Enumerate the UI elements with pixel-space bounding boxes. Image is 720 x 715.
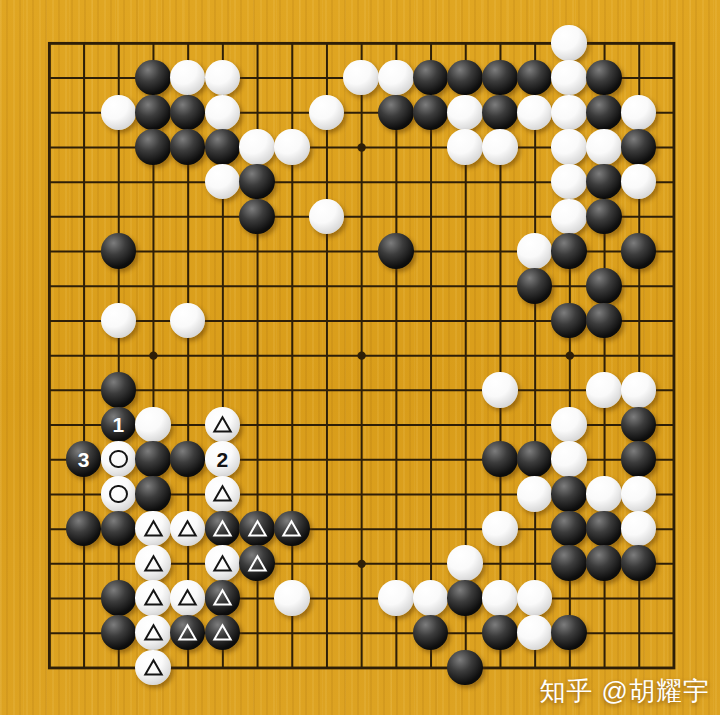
intersection-2-2[interactable] [101,95,136,130]
intersection-7-0[interactable] [274,26,309,61]
intersection-6-10[interactable] [240,372,275,407]
intersection-4-4[interactable] [170,164,205,199]
intersection-1-4[interactable] [66,164,101,199]
intersection-13-12[interactable] [483,442,518,477]
intersection-8-0[interactable] [309,26,344,61]
intersection-18-1[interactable] [656,60,691,95]
intersection-0-1[interactable] [32,60,67,95]
intersection-15-14[interactable] [552,511,587,546]
intersection-5-12[interactable]: 2 [205,442,240,477]
intersection-16-16[interactable] [587,581,622,616]
intersection-18-2[interactable] [656,95,691,130]
intersection-12-13[interactable] [448,477,483,512]
intersection-4-12[interactable] [170,442,205,477]
intersection-10-3[interactable] [378,130,413,165]
intersection-9-14[interactable] [344,511,379,546]
intersection-5-17[interactable] [205,615,240,650]
intersection-6-15[interactable] [240,546,275,581]
intersection-9-18[interactable] [344,650,379,685]
intersection-5-15[interactable] [205,546,240,581]
intersection-9-0[interactable] [344,26,379,61]
intersection-12-14[interactable] [448,511,483,546]
intersection-10-16[interactable] [378,581,413,616]
intersection-1-5[interactable] [66,199,101,234]
intersection-10-1[interactable] [378,60,413,95]
intersection-0-15[interactable] [32,546,67,581]
intersection-2-8[interactable] [101,303,136,338]
intersection-6-2[interactable] [240,95,275,130]
intersection-10-6[interactable] [378,234,413,269]
intersection-7-12[interactable] [274,442,309,477]
intersection-18-4[interactable] [656,164,691,199]
intersection-7-8[interactable] [274,303,309,338]
intersection-5-8[interactable] [205,303,240,338]
intersection-10-15[interactable] [378,546,413,581]
intersection-15-10[interactable] [552,372,587,407]
intersection-11-15[interactable] [413,546,448,581]
intersection-1-11[interactable] [66,407,101,442]
intersection-3-7[interactable] [136,268,171,303]
intersection-1-17[interactable] [66,615,101,650]
intersection-13-1[interactable] [483,60,518,95]
intersection-10-0[interactable] [378,26,413,61]
intersection-7-1[interactable] [274,60,309,95]
intersection-0-17[interactable] [32,615,67,650]
intersection-8-9[interactable] [309,338,344,373]
intersection-7-4[interactable] [274,164,309,199]
intersection-2-3[interactable] [101,130,136,165]
intersection-14-8[interactable] [517,303,552,338]
intersection-7-6[interactable] [274,234,309,269]
intersection-1-10[interactable] [66,372,101,407]
intersection-11-5[interactable] [413,199,448,234]
intersection-2-15[interactable] [101,546,136,581]
intersection-8-6[interactable] [309,234,344,269]
intersection-17-10[interactable] [621,372,656,407]
intersection-14-6[interactable] [517,234,552,269]
intersection-15-8[interactable] [552,303,587,338]
intersection-3-9[interactable] [136,338,171,373]
intersection-17-9[interactable] [621,338,656,373]
intersection-4-7[interactable] [170,268,205,303]
intersection-12-16[interactable] [448,581,483,616]
intersection-14-12[interactable] [517,442,552,477]
intersection-11-6[interactable] [413,234,448,269]
intersection-11-4[interactable] [413,164,448,199]
intersection-4-15[interactable] [170,546,205,581]
intersection-10-2[interactable] [378,95,413,130]
intersection-2-17[interactable] [101,615,136,650]
intersection-8-16[interactable] [309,581,344,616]
intersection-3-11[interactable] [136,407,171,442]
intersection-6-4[interactable] [240,164,275,199]
intersection-2-11[interactable]: 1 [101,407,136,442]
intersection-9-9[interactable] [344,338,379,373]
intersection-0-5[interactable] [32,199,67,234]
intersection-8-10[interactable] [309,372,344,407]
intersection-7-17[interactable] [274,615,309,650]
intersection-18-14[interactable] [656,511,691,546]
intersection-9-12[interactable] [344,442,379,477]
intersection-12-0[interactable] [448,26,483,61]
intersection-17-16[interactable] [621,581,656,616]
intersection-1-9[interactable] [66,338,101,373]
intersection-5-11[interactable] [205,407,240,442]
intersection-17-13[interactable] [621,477,656,512]
intersection-13-10[interactable] [483,372,518,407]
intersection-18-9[interactable] [656,338,691,373]
intersection-3-13[interactable] [136,477,171,512]
intersection-15-2[interactable] [552,95,587,130]
intersection-16-7[interactable] [587,268,622,303]
intersection-14-0[interactable] [517,26,552,61]
intersection-9-8[interactable] [344,303,379,338]
intersection-7-9[interactable] [274,338,309,373]
intersection-18-11[interactable] [656,407,691,442]
intersection-8-11[interactable] [309,407,344,442]
intersection-16-12[interactable] [587,442,622,477]
intersection-14-13[interactable] [517,477,552,512]
intersection-7-15[interactable] [274,546,309,581]
intersection-2-13[interactable] [101,477,136,512]
intersection-10-18[interactable] [378,650,413,685]
intersection-16-9[interactable] [587,338,622,373]
intersection-14-11[interactable] [517,407,552,442]
intersection-9-2[interactable] [344,95,379,130]
intersection-12-7[interactable] [448,268,483,303]
intersection-6-6[interactable] [240,234,275,269]
intersection-17-0[interactable] [621,26,656,61]
intersection-16-2[interactable] [587,95,622,130]
intersection-13-7[interactable] [483,268,518,303]
intersection-14-3[interactable] [517,130,552,165]
intersection-9-17[interactable] [344,615,379,650]
intersection-0-8[interactable] [32,303,67,338]
intersection-3-5[interactable] [136,199,171,234]
intersection-10-10[interactable] [378,372,413,407]
intersection-2-1[interactable] [101,60,136,95]
intersection-17-6[interactable] [621,234,656,269]
intersection-8-2[interactable] [309,95,344,130]
intersection-16-6[interactable] [587,234,622,269]
intersection-7-18[interactable] [274,650,309,685]
intersection-14-10[interactable] [517,372,552,407]
intersection-17-7[interactable] [621,268,656,303]
intersection-6-18[interactable] [240,650,275,685]
intersection-3-17[interactable] [136,615,171,650]
intersection-11-2[interactable] [413,95,448,130]
intersection-10-17[interactable] [378,615,413,650]
intersection-12-18[interactable] [448,650,483,685]
intersection-7-16[interactable] [274,581,309,616]
intersection-7-3[interactable] [274,130,309,165]
intersection-10-8[interactable] [378,303,413,338]
intersection-0-6[interactable] [32,234,67,269]
intersection-7-10[interactable] [274,372,309,407]
intersection-8-4[interactable] [309,164,344,199]
intersection-17-4[interactable] [621,164,656,199]
intersection-2-16[interactable] [101,581,136,616]
intersection-10-14[interactable] [378,511,413,546]
intersection-12-11[interactable] [448,407,483,442]
intersection-5-4[interactable] [205,164,240,199]
intersection-2-14[interactable] [101,511,136,546]
intersection-4-14[interactable] [170,511,205,546]
intersection-18-16[interactable] [656,581,691,616]
intersection-18-3[interactable] [656,130,691,165]
intersection-12-15[interactable] [448,546,483,581]
intersection-10-4[interactable] [378,164,413,199]
intersection-0-12[interactable] [32,442,67,477]
intersection-3-16[interactable] [136,581,171,616]
intersection-1-8[interactable] [66,303,101,338]
intersection-11-9[interactable] [413,338,448,373]
intersection-12-4[interactable] [448,164,483,199]
intersection-15-15[interactable] [552,546,587,581]
intersection-6-3[interactable] [240,130,275,165]
intersection-16-14[interactable] [587,511,622,546]
intersection-13-6[interactable] [483,234,518,269]
intersection-2-10[interactable] [101,372,136,407]
intersection-2-7[interactable] [101,268,136,303]
intersection-0-10[interactable] [32,372,67,407]
intersection-1-16[interactable] [66,581,101,616]
intersection-17-1[interactable] [621,60,656,95]
intersection-0-18[interactable] [32,650,67,685]
intersection-5-7[interactable] [205,268,240,303]
intersection-18-12[interactable] [656,442,691,477]
intersection-4-11[interactable] [170,407,205,442]
intersection-13-3[interactable] [483,130,518,165]
intersection-15-17[interactable] [552,615,587,650]
intersection-11-18[interactable] [413,650,448,685]
intersection-18-15[interactable] [656,546,691,581]
intersection-15-16[interactable] [552,581,587,616]
intersection-6-1[interactable] [240,60,275,95]
intersection-1-0[interactable] [66,26,101,61]
intersection-13-0[interactable] [483,26,518,61]
intersection-0-0[interactable] [32,26,67,61]
intersection-2-9[interactable] [101,338,136,373]
intersection-14-7[interactable] [517,268,552,303]
intersection-16-11[interactable] [587,407,622,442]
intersection-9-3[interactable] [344,130,379,165]
intersection-9-10[interactable] [344,372,379,407]
intersection-15-13[interactable] [552,477,587,512]
intersection-9-6[interactable] [344,234,379,269]
intersection-1-3[interactable] [66,130,101,165]
intersection-6-13[interactable] [240,477,275,512]
intersection-11-13[interactable] [413,477,448,512]
intersection-8-17[interactable] [309,615,344,650]
intersection-11-16[interactable] [413,581,448,616]
intersection-17-11[interactable] [621,407,656,442]
intersection-16-8[interactable] [587,303,622,338]
intersection-7-2[interactable] [274,95,309,130]
intersection-11-17[interactable] [413,615,448,650]
intersection-10-5[interactable] [378,199,413,234]
intersection-16-3[interactable] [587,130,622,165]
intersection-13-18[interactable] [483,650,518,685]
intersection-1-13[interactable] [66,477,101,512]
intersection-4-2[interactable] [170,95,205,130]
intersection-11-10[interactable] [413,372,448,407]
intersection-3-2[interactable] [136,95,171,130]
intersection-6-5[interactable] [240,199,275,234]
intersection-15-7[interactable] [552,268,587,303]
intersection-6-9[interactable] [240,338,275,373]
intersection-3-3[interactable] [136,130,171,165]
intersection-11-7[interactable] [413,268,448,303]
intersection-17-17[interactable] [621,615,656,650]
intersection-6-8[interactable] [240,303,275,338]
intersection-15-9[interactable] [552,338,587,373]
intersection-12-1[interactable] [448,60,483,95]
intersection-13-17[interactable] [483,615,518,650]
intersection-13-9[interactable] [483,338,518,373]
intersection-11-12[interactable] [413,442,448,477]
intersection-16-5[interactable] [587,199,622,234]
intersection-14-1[interactable] [517,60,552,95]
intersection-0-7[interactable] [32,268,67,303]
intersection-13-2[interactable] [483,95,518,130]
intersection-2-18[interactable] [101,650,136,685]
intersection-9-15[interactable] [344,546,379,581]
intersection-6-14[interactable] [240,511,275,546]
intersection-1-6[interactable] [66,234,101,269]
intersection-5-6[interactable] [205,234,240,269]
intersection-9-11[interactable] [344,407,379,442]
intersection-3-4[interactable] [136,164,171,199]
intersection-4-3[interactable] [170,130,205,165]
intersection-14-9[interactable] [517,338,552,373]
intersection-16-10[interactable] [587,372,622,407]
intersection-15-4[interactable] [552,164,587,199]
intersection-9-13[interactable] [344,477,379,512]
intersection-11-0[interactable] [413,26,448,61]
intersection-16-1[interactable] [587,60,622,95]
intersection-3-0[interactable] [136,26,171,61]
intersection-17-12[interactable] [621,442,656,477]
intersection-13-5[interactable] [483,199,518,234]
intersection-18-7[interactable] [656,268,691,303]
intersection-5-2[interactable] [205,95,240,130]
intersection-2-0[interactable] [101,26,136,61]
intersection-14-16[interactable] [517,581,552,616]
intersection-8-15[interactable] [309,546,344,581]
intersection-16-0[interactable] [587,26,622,61]
intersection-1-12[interactable]: 3 [66,442,101,477]
intersection-14-5[interactable] [517,199,552,234]
intersection-15-1[interactable] [552,60,587,95]
intersection-18-10[interactable] [656,372,691,407]
intersection-2-6[interactable] [101,234,136,269]
intersection-6-0[interactable] [240,26,275,61]
intersection-18-5[interactable] [656,199,691,234]
intersection-0-4[interactable] [32,164,67,199]
intersection-8-12[interactable] [309,442,344,477]
intersection-11-14[interactable] [413,511,448,546]
intersection-17-8[interactable] [621,303,656,338]
intersection-9-1[interactable] [344,60,379,95]
intersection-1-7[interactable] [66,268,101,303]
intersection-4-5[interactable] [170,199,205,234]
intersection-8-1[interactable] [309,60,344,95]
intersection-3-8[interactable] [136,303,171,338]
intersection-5-9[interactable] [205,338,240,373]
intersection-8-3[interactable] [309,130,344,165]
intersection-14-17[interactable] [517,615,552,650]
intersection-14-4[interactable] [517,164,552,199]
intersection-13-14[interactable] [483,511,518,546]
intersection-7-14[interactable] [274,511,309,546]
intersection-16-4[interactable] [587,164,622,199]
intersection-1-14[interactable] [66,511,101,546]
intersection-8-14[interactable] [309,511,344,546]
intersection-4-17[interactable] [170,615,205,650]
intersection-10-12[interactable] [378,442,413,477]
intersection-13-8[interactable] [483,303,518,338]
intersection-0-14[interactable] [32,511,67,546]
intersection-12-6[interactable] [448,234,483,269]
intersection-0-2[interactable] [32,95,67,130]
intersection-15-0[interactable] [552,26,587,61]
intersection-18-8[interactable] [656,303,691,338]
intersection-7-5[interactable] [274,199,309,234]
intersection-7-11[interactable] [274,407,309,442]
intersection-17-15[interactable] [621,546,656,581]
intersection-6-12[interactable] [240,442,275,477]
intersection-5-13[interactable] [205,477,240,512]
intersection-2-5[interactable] [101,199,136,234]
intersection-15-11[interactable] [552,407,587,442]
intersection-4-10[interactable] [170,372,205,407]
intersection-14-15[interactable] [517,546,552,581]
intersection-17-3[interactable] [621,130,656,165]
intersection-13-4[interactable] [483,164,518,199]
intersection-6-16[interactable] [240,581,275,616]
intersection-12-2[interactable] [448,95,483,130]
intersection-14-2[interactable] [517,95,552,130]
intersection-13-13[interactable] [483,477,518,512]
intersection-8-8[interactable] [309,303,344,338]
intersection-12-10[interactable] [448,372,483,407]
intersection-4-13[interactable] [170,477,205,512]
intersection-16-15[interactable] [587,546,622,581]
intersection-12-3[interactable] [448,130,483,165]
intersection-0-11[interactable] [32,407,67,442]
intersection-1-15[interactable] [66,546,101,581]
intersection-2-4[interactable] [101,164,136,199]
intersection-10-9[interactable] [378,338,413,373]
intersection-11-1[interactable] [413,60,448,95]
intersection-10-7[interactable] [378,268,413,303]
intersection-10-13[interactable] [378,477,413,512]
intersection-9-7[interactable] [344,268,379,303]
intersection-8-5[interactable] [309,199,344,234]
intersection-10-11[interactable] [378,407,413,442]
intersection-3-12[interactable] [136,442,171,477]
intersection-12-9[interactable] [448,338,483,373]
intersection-15-5[interactable] [552,199,587,234]
intersection-9-5[interactable] [344,199,379,234]
intersection-0-16[interactable] [32,581,67,616]
intersection-3-6[interactable] [136,234,171,269]
intersection-17-2[interactable] [621,95,656,130]
intersection-4-18[interactable] [170,650,205,685]
intersection-18-0[interactable] [656,26,691,61]
intersection-11-8[interactable] [413,303,448,338]
